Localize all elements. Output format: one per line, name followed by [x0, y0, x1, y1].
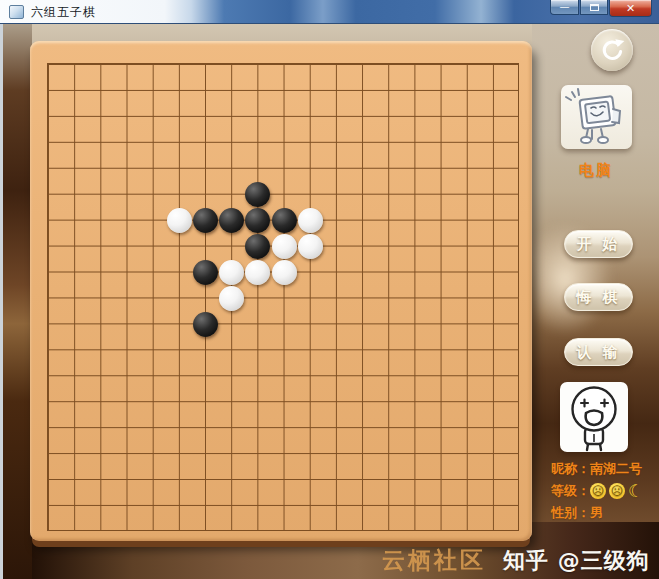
white-stone — [219, 260, 244, 285]
black-stone — [193, 312, 218, 337]
maximize-button[interactable] — [580, 0, 608, 15]
minimize-button[interactable]: — — [550, 0, 579, 15]
sad-face-icon: ☹ — [609, 483, 625, 499]
white-stone — [298, 234, 323, 259]
black-stone — [245, 182, 270, 207]
watermark-community: 云栖社区 — [382, 545, 486, 576]
title-bar: 六组五子棋 — ✕ — [0, 0, 659, 24]
crescent-moon-icon: ☾ — [628, 483, 643, 500]
white-stone — [272, 234, 297, 259]
nickname-label: 昵称： — [551, 458, 590, 480]
watermark-zhihu: 知乎 @三级狗 — [503, 546, 650, 576]
computer-label: 电脑 — [556, 161, 636, 180]
player-avatar — [560, 382, 628, 452]
restart-button[interactable] — [591, 29, 633, 71]
black-stone — [245, 234, 270, 259]
black-stone — [245, 208, 270, 233]
start-button[interactable]: 开 始 — [564, 230, 633, 258]
white-stone — [167, 208, 192, 233]
white-stone — [245, 260, 270, 285]
level-label: 等级： — [551, 480, 590, 502]
close-button[interactable]: ✕ — [609, 0, 652, 17]
black-stone — [193, 208, 218, 233]
content-area: 电脑 开 始 悔 棋 认 输 昵称：南湖二号 — [0, 24, 659, 579]
black-stone — [272, 208, 297, 233]
cartoon-face-icon — [560, 382, 628, 452]
level-icons: ☹☹☾ — [590, 483, 643, 500]
app-icon — [9, 5, 24, 19]
background-left — [0, 24, 32, 579]
restart-arrow-icon — [597, 35, 627, 65]
nickname-value: 南湖二号 — [590, 458, 642, 480]
gender-label: 性别： — [551, 502, 590, 524]
gender-row: 性别：男 — [551, 502, 657, 524]
close-icon: ✕ — [626, 3, 635, 14]
gomoku-board[interactable] — [30, 41, 532, 541]
player-info: 昵称：南湖二号 等级：☹☹☾ 性别：男 — [551, 458, 657, 524]
white-stone — [298, 208, 323, 233]
minimize-icon: — — [560, 2, 570, 12]
window-controls: — ✕ — [550, 0, 652, 17]
white-stone — [272, 260, 297, 285]
nickname-row: 昵称：南湖二号 — [551, 458, 657, 480]
resign-button[interactable]: 认 输 — [564, 338, 633, 366]
app-window: 六组五子棋 — ✕ — [0, 0, 659, 579]
window-title: 六组五子棋 — [31, 4, 96, 21]
maximize-icon — [590, 4, 599, 11]
board-grid[interactable] — [47, 63, 519, 531]
undo-button[interactable]: 悔 棋 — [564, 283, 633, 311]
watermark: 云栖社区 知乎 @三级狗 — [382, 545, 650, 576]
computer-avatar — [561, 85, 632, 149]
white-stone — [219, 286, 244, 311]
black-stone — [219, 208, 244, 233]
sad-face-icon: ☹ — [590, 483, 606, 499]
black-stone — [193, 260, 218, 285]
level-row: 等级：☹☹☾ — [551, 480, 657, 502]
cartoon-computer-icon — [561, 85, 632, 149]
gender-value: 男 — [590, 502, 603, 524]
